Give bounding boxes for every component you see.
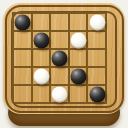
go-board-app-icon[interactable]: ●○●○●○●○● xyxy=(0,0,128,128)
cell-r1c4[interactable] xyxy=(88,32,107,50)
cell-r4c3[interactable] xyxy=(70,86,89,104)
black-stone: ● xyxy=(33,33,49,49)
go-board: ●○●○●○●○● xyxy=(3,3,125,114)
cell-r0c3[interactable] xyxy=(70,14,89,32)
cell-r2c1[interactable] xyxy=(33,50,52,68)
cell-r0c2[interactable] xyxy=(51,14,70,32)
white-stone: ○ xyxy=(33,69,49,85)
board-grid: ●○●○●○●○● xyxy=(12,12,107,102)
black-stone: ● xyxy=(71,69,87,85)
black-stone: ● xyxy=(15,15,31,31)
cell-r0c0[interactable]: ● xyxy=(14,14,33,32)
cell-r1c3[interactable]: ○ xyxy=(70,32,89,50)
cell-r0c4[interactable]: ○ xyxy=(88,14,107,32)
cell-r4c4[interactable]: ● xyxy=(88,86,107,104)
cell-r4c0[interactable] xyxy=(14,86,33,104)
white-stone: ○ xyxy=(71,33,87,49)
cell-r1c1[interactable]: ● xyxy=(33,32,52,50)
cell-r4c1[interactable] xyxy=(33,86,52,104)
cell-r3c0[interactable] xyxy=(14,68,33,86)
cell-r4c2[interactable]: ○ xyxy=(51,86,70,104)
cell-r3c4[interactable] xyxy=(88,68,107,86)
black-stone: ● xyxy=(52,51,68,67)
cell-r2c4[interactable] xyxy=(88,50,107,68)
white-stone: ○ xyxy=(52,87,68,103)
black-stone: ● xyxy=(89,87,105,103)
cell-r3c1[interactable]: ○ xyxy=(33,68,52,86)
cell-r2c0[interactable] xyxy=(14,50,33,68)
cell-r3c3[interactable]: ● xyxy=(70,68,89,86)
cell-r3c2[interactable] xyxy=(51,68,70,86)
cell-r2c2[interactable]: ● xyxy=(51,50,70,68)
cell-r2c3[interactable] xyxy=(70,50,89,68)
cell-r1c2[interactable] xyxy=(51,32,70,50)
cell-r0c1[interactable] xyxy=(33,14,52,32)
white-stone: ○ xyxy=(89,15,105,31)
cell-r1c0[interactable] xyxy=(14,32,33,50)
